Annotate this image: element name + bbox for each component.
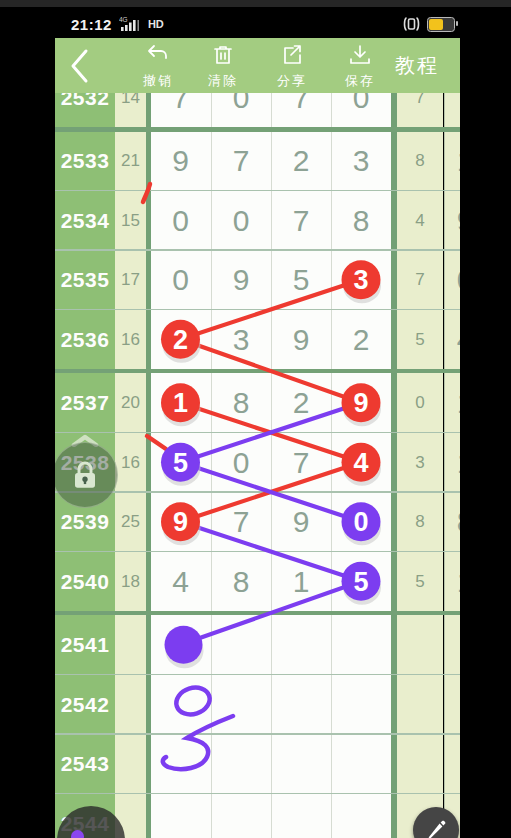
undo-icon: [146, 44, 170, 66]
circled-digit: 9: [353, 388, 368, 418]
pencil-icon: [424, 818, 448, 838]
circled-digit: 5: [353, 567, 368, 597]
share-icon: [280, 44, 304, 66]
status-bar: 21:12 4G HD: [55, 10, 460, 38]
undo-button[interactable]: 撤销: [127, 44, 189, 90]
back-button[interactable]: [67, 48, 93, 84]
handwriting-stroke: [163, 716, 233, 769]
vibrate-icon: [402, 16, 421, 32]
annotation-line: [181, 339, 362, 403]
pen-color-indicator: [71, 830, 84, 838]
status-left: 21:12 4G HD: [71, 10, 164, 38]
screen-top-strip: [0, 0, 511, 7]
signal-icon: 4G: [119, 16, 141, 32]
undo-label: 撤销: [143, 72, 173, 90]
circled-digit: 5: [173, 448, 188, 478]
annotation-dot: [165, 626, 203, 664]
lock-icon: [69, 459, 101, 491]
handwriting-stroke: [147, 436, 166, 449]
status-right: [402, 10, 455, 38]
handwriting-stroke: [173, 683, 213, 718]
share-button[interactable]: 分享: [261, 44, 323, 90]
annotation-line: [181, 581, 362, 645]
annotation-line: [181, 522, 362, 582]
circled-digit: 3: [353, 265, 368, 295]
share-label: 分享: [277, 72, 307, 90]
toolbar: 撤销 清除 分享 保存 教程: [55, 38, 460, 93]
circled-digit: 4: [353, 448, 368, 478]
save-button[interactable]: 保存: [329, 44, 391, 90]
trash-icon: [212, 44, 234, 66]
clock: 21:12: [71, 16, 112, 33]
hd-badge: HD: [148, 18, 164, 30]
circled-digit: 0: [353, 507, 368, 537]
battery-icon: [427, 17, 455, 32]
save-label: 保存: [345, 72, 375, 90]
handwriting-stroke: [143, 184, 150, 202]
circled-digit: 1: [173, 388, 188, 418]
clear-label: 清除: [208, 72, 238, 90]
lock-button[interactable]: [55, 442, 118, 508]
clear-button[interactable]: 清除: [192, 44, 254, 90]
annotation-line: [181, 280, 362, 340]
network-type-label: 4G: [119, 16, 128, 23]
circled-digit: 2: [173, 325, 188, 355]
circled-digit: 9: [173, 507, 188, 537]
download-icon: [348, 44, 372, 66]
tutorial-button[interactable]: 教程: [395, 38, 439, 93]
drawing-canvas[interactable]: 321954905: [55, 10, 460, 838]
app-screen: 21:12 4G HD: [55, 10, 460, 838]
